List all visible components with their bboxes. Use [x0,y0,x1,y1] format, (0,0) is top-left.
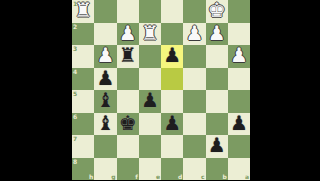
square-e1[interactable] [139,0,161,23]
white-king-b1[interactable]: ♚ [208,0,226,20]
square-d5[interactable] [161,90,183,113]
chess-board[interactable]: 1♜♚2♟♜♟♟3♟♜♟♟4♟5♝♟6♝♚♟♟7♟8hgfedcba [72,0,250,180]
black-pawn-e5[interactable]: ♟ [141,90,159,110]
square-a6[interactable]: ♟ [228,113,250,136]
square-e5[interactable]: ♟ [139,90,161,113]
square-e8[interactable]: e [139,158,161,181]
file-label-a: a [245,173,249,180]
square-f2[interactable]: ♟ [117,23,139,46]
black-rook-f3[interactable]: ♜ [119,45,137,65]
square-b3[interactable] [206,45,228,68]
square-b6[interactable] [206,113,228,136]
square-f3[interactable]: ♜ [117,45,139,68]
square-g2[interactable] [94,23,116,46]
square-h4[interactable]: 4 [72,68,94,91]
black-pawn-g4[interactable]: ♟ [96,68,114,88]
black-pawn-d3[interactable]: ♟ [163,45,181,65]
white-pawn-b2[interactable]: ♟ [208,23,226,43]
file-label-h: h [89,173,93,180]
rank-label-4: 4 [73,68,77,75]
square-h1[interactable]: 1♜ [72,0,94,23]
white-rook-e2[interactable]: ♜ [141,23,159,43]
square-d8[interactable]: d [161,158,183,181]
file-label-e: e [156,173,160,180]
square-g3[interactable]: ♟ [94,45,116,68]
square-g1[interactable] [94,0,116,23]
square-h3[interactable]: 3 [72,45,94,68]
white-pawn-c2[interactable]: ♟ [185,23,203,43]
white-pawn-f2[interactable]: ♟ [119,23,137,43]
rank-label-5: 5 [73,90,77,97]
square-c8[interactable]: c [183,158,205,181]
square-b7[interactable]: ♟ [206,135,228,158]
square-e6[interactable] [139,113,161,136]
file-label-f: f [135,173,138,180]
square-e7[interactable] [139,135,161,158]
white-pawn-a3[interactable]: ♟ [230,45,248,65]
square-c2[interactable]: ♟ [183,23,205,46]
square-d6[interactable]: ♟ [161,113,183,136]
black-bishop-g6[interactable]: ♝ [96,113,114,133]
square-g5[interactable]: ♝ [94,90,116,113]
square-b4[interactable] [206,68,228,91]
square-c1[interactable] [183,0,205,23]
black-king-f6[interactable]: ♚ [119,113,137,133]
square-f1[interactable] [117,0,139,23]
square-g7[interactable] [94,135,116,158]
square-a7[interactable] [228,135,250,158]
white-rook-h1[interactable]: ♜ [74,0,92,20]
square-f8[interactable]: f [117,158,139,181]
file-label-g: g [111,173,115,180]
file-label-c: c [201,173,205,180]
square-d3[interactable]: ♟ [161,45,183,68]
black-pawn-a6[interactable]: ♟ [230,113,248,133]
square-d1[interactable] [161,0,183,23]
square-a4[interactable] [228,68,250,91]
square-g6[interactable]: ♝ [94,113,116,136]
square-g8[interactable]: g [94,158,116,181]
rank-label-2: 2 [73,23,77,30]
square-h5[interactable]: 5 [72,90,94,113]
rank-label-7: 7 [73,135,77,142]
square-d2[interactable] [161,23,183,46]
square-b5[interactable] [206,90,228,113]
square-g4[interactable]: ♟ [94,68,116,91]
square-a2[interactable] [228,23,250,46]
app-screen: 1♜♚2♟♜♟♟3♟♜♟♟4♟5♝♟6♝♚♟♟7♟8hgfedcba [0,0,320,180]
square-f5[interactable] [117,90,139,113]
square-h7[interactable]: 7 [72,135,94,158]
square-h8[interactable]: 8h [72,158,94,181]
rank-label-3: 3 [73,45,77,52]
square-b2[interactable]: ♟ [206,23,228,46]
square-a1[interactable] [228,0,250,23]
square-c6[interactable] [183,113,205,136]
square-d7[interactable] [161,135,183,158]
square-b8[interactable]: b [206,158,228,181]
file-label-d: d [178,173,182,180]
square-c4[interactable] [183,68,205,91]
square-b1[interactable]: ♚ [206,0,228,23]
square-c7[interactable] [183,135,205,158]
square-f6[interactable]: ♚ [117,113,139,136]
square-a3[interactable]: ♟ [228,45,250,68]
square-a5[interactable] [228,90,250,113]
rank-label-8: 8 [73,158,77,165]
square-h6[interactable]: 6 [72,113,94,136]
square-f4[interactable] [117,68,139,91]
rank-label-6: 6 [73,113,77,120]
square-e2[interactable]: ♜ [139,23,161,46]
square-c5[interactable] [183,90,205,113]
square-c3[interactable] [183,45,205,68]
square-a8[interactable]: a [228,158,250,181]
black-pawn-b7[interactable]: ♟ [208,135,226,155]
black-bishop-g5[interactable]: ♝ [96,90,114,110]
white-pawn-g3[interactable]: ♟ [96,45,114,65]
square-e4[interactable] [139,68,161,91]
square-e3[interactable] [139,45,161,68]
square-d4[interactable] [161,68,183,91]
square-h2[interactable]: 2 [72,23,94,46]
square-f7[interactable] [117,135,139,158]
black-pawn-d6[interactable]: ♟ [163,113,181,133]
file-label-b: b [222,173,226,180]
